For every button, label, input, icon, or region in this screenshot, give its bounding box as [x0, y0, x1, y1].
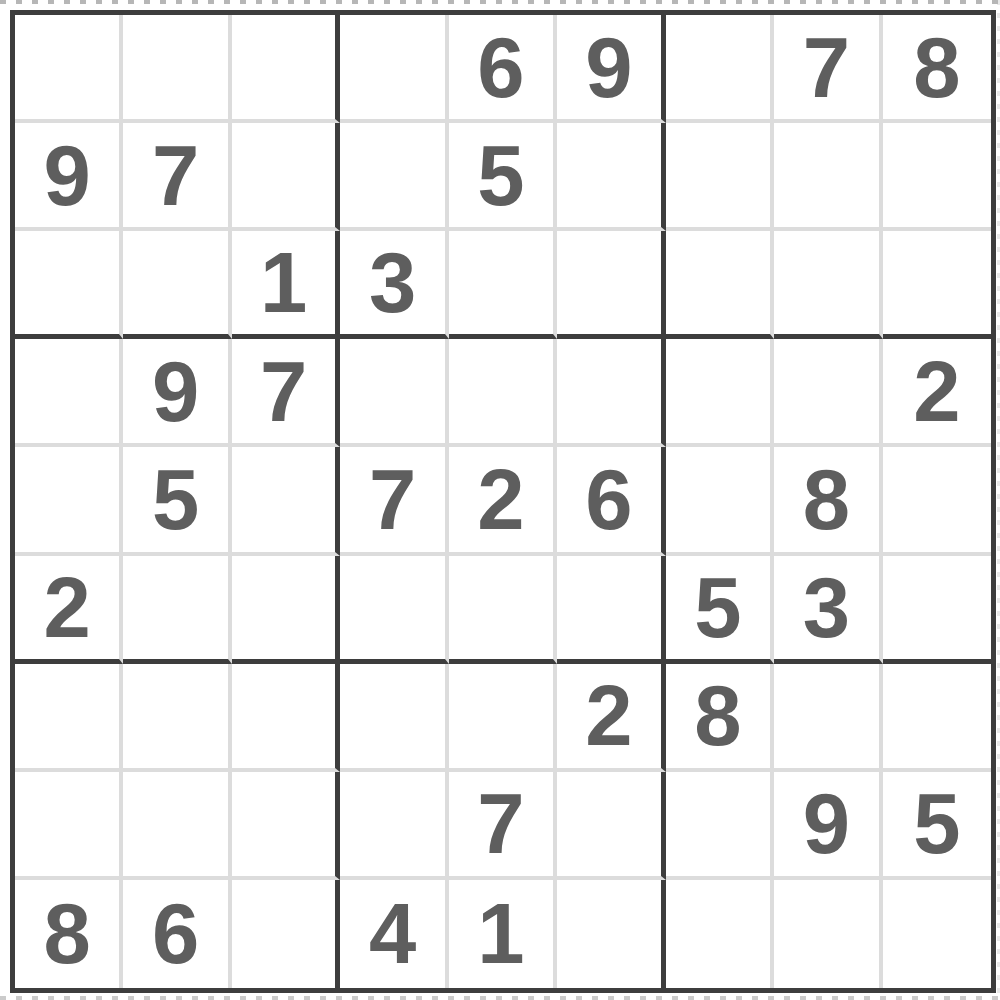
cell-r8c7[interactable] [666, 772, 774, 880]
cell-r6c7[interactable]: 5 [666, 556, 774, 664]
cell-r4c1[interactable] [15, 339, 123, 447]
edge-artifact-bottom [0, 996, 1000, 1000]
cell-r6c3[interactable] [232, 556, 340, 664]
cell-r4c8[interactable] [774, 339, 882, 447]
cell-r5c4[interactable]: 7 [340, 447, 448, 555]
cell-r9c4[interactable]: 4 [340, 880, 448, 988]
cell-r1c2[interactable] [123, 15, 231, 123]
cell-r7c8[interactable] [774, 664, 882, 772]
cell-r2c2[interactable]: 7 [123, 123, 231, 231]
cell-r2c5[interactable]: 5 [449, 123, 557, 231]
cell-r8c4[interactable] [340, 772, 448, 880]
cell-r9c5[interactable]: 1 [449, 880, 557, 988]
cell-r4c6[interactable] [557, 339, 665, 447]
cell-r2c7[interactable] [666, 123, 774, 231]
cell-r6c8[interactable]: 3 [774, 556, 882, 664]
cell-r1c6[interactable]: 9 [557, 15, 665, 123]
cell-r2c1[interactable]: 9 [15, 123, 123, 231]
cell-r4c5[interactable] [449, 339, 557, 447]
page: { "game": "sudoku", "position": "0000690… [0, 0, 1000, 1000]
cell-r9c9[interactable] [883, 880, 991, 988]
cell-r1c3[interactable] [232, 15, 340, 123]
cell-r1c4[interactable] [340, 15, 448, 123]
cell-r2c6[interactable] [557, 123, 665, 231]
cell-r7c2[interactable] [123, 664, 231, 772]
cell-r6c1[interactable]: 2 [15, 556, 123, 664]
cell-r9c1[interactable]: 8 [15, 880, 123, 988]
cell-r6c2[interactable] [123, 556, 231, 664]
cell-r9c7[interactable] [666, 880, 774, 988]
cell-r8c6[interactable] [557, 772, 665, 880]
cell-r4c2[interactable]: 9 [123, 339, 231, 447]
cell-r5c7[interactable] [666, 447, 774, 555]
cell-r3c8[interactable] [774, 231, 882, 339]
cell-r1c5[interactable]: 6 [449, 15, 557, 123]
cell-r2c4[interactable] [340, 123, 448, 231]
cell-r3c5[interactable] [449, 231, 557, 339]
cell-r4c9[interactable]: 2 [883, 339, 991, 447]
cell-r3c4[interactable]: 3 [340, 231, 448, 339]
cell-r4c4[interactable] [340, 339, 448, 447]
edge-artifact-top [0, 0, 1000, 4]
cell-r3c2[interactable] [123, 231, 231, 339]
cell-r9c2[interactable]: 6 [123, 880, 231, 988]
cell-r8c3[interactable] [232, 772, 340, 880]
cell-r5c3[interactable] [232, 447, 340, 555]
cell-r9c3[interactable] [232, 880, 340, 988]
cell-r4c3[interactable]: 7 [232, 339, 340, 447]
cell-r1c8[interactable]: 7 [774, 15, 882, 123]
cell-r1c9[interactable]: 8 [883, 15, 991, 123]
cell-r7c1[interactable] [15, 664, 123, 772]
cell-r7c6[interactable]: 2 [557, 664, 665, 772]
cell-r7c3[interactable] [232, 664, 340, 772]
cell-r2c9[interactable] [883, 123, 991, 231]
cell-r1c7[interactable] [666, 15, 774, 123]
cell-r8c9[interactable]: 5 [883, 772, 991, 880]
cell-r7c9[interactable] [883, 664, 991, 772]
cell-r8c1[interactable] [15, 772, 123, 880]
cell-r8c5[interactable]: 7 [449, 772, 557, 880]
cell-r6c6[interactable] [557, 556, 665, 664]
cell-r2c8[interactable] [774, 123, 882, 231]
cell-r6c4[interactable] [340, 556, 448, 664]
cell-r1c1[interactable] [15, 15, 123, 123]
cell-r5c6[interactable]: 6 [557, 447, 665, 555]
cell-r3c7[interactable] [666, 231, 774, 339]
cell-r3c9[interactable] [883, 231, 991, 339]
cell-r7c4[interactable] [340, 664, 448, 772]
cell-r8c8[interactable]: 9 [774, 772, 882, 880]
cell-r5c5[interactable]: 2 [449, 447, 557, 555]
sudoku-board: 69789751397257268253287958641 [10, 10, 996, 993]
cell-r9c8[interactable] [774, 880, 882, 988]
cell-r5c1[interactable] [15, 447, 123, 555]
cell-r3c1[interactable] [15, 231, 123, 339]
cell-r6c9[interactable] [883, 556, 991, 664]
cell-r3c3[interactable]: 1 [232, 231, 340, 339]
cell-r5c9[interactable] [883, 447, 991, 555]
cell-r3c6[interactable] [557, 231, 665, 339]
cell-r9c6[interactable] [557, 880, 665, 988]
cell-r2c3[interactable] [232, 123, 340, 231]
cell-r8c2[interactable] [123, 772, 231, 880]
cell-r5c2[interactable]: 5 [123, 447, 231, 555]
cell-r5c8[interactable]: 8 [774, 447, 882, 555]
cell-r7c7[interactable]: 8 [666, 664, 774, 772]
cell-r6c5[interactable] [449, 556, 557, 664]
cell-r7c5[interactable] [449, 664, 557, 772]
cell-r4c7[interactable] [666, 339, 774, 447]
